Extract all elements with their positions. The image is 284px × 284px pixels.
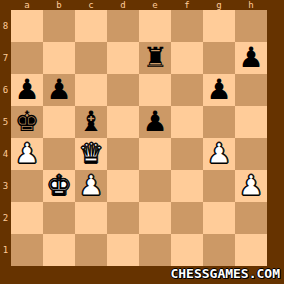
square-d8[interactable] [107,10,139,42]
rank-label-7: 7 [0,42,11,74]
black-bishop[interactable]: ♝ [75,106,107,138]
black-pawn[interactable]: ♟ [11,74,43,106]
square-h4[interactable] [235,138,267,170]
square-b4[interactable] [43,138,75,170]
square-f8[interactable] [171,10,203,42]
rank-label-8: 8 [0,10,11,42]
square-e5[interactable]: ♟ [139,106,171,138]
square-a3[interactable] [11,170,43,202]
square-g8[interactable] [203,10,235,42]
rank-label-6: 6 [0,74,11,106]
square-c1[interactable] [75,234,107,266]
square-e7[interactable]: ♜ [139,42,171,74]
square-h5[interactable] [235,106,267,138]
square-b1[interactable] [43,234,75,266]
black-rook[interactable]: ♜ [139,42,171,74]
white-king[interactable]: ♚ [43,170,75,202]
file-label-h: h [235,0,267,10]
square-f7[interactable] [171,42,203,74]
square-b6[interactable]: ♟ [43,74,75,106]
rank-labels: 87654321 [0,10,11,266]
square-b8[interactable] [43,10,75,42]
square-a6[interactable]: ♟ [11,74,43,106]
square-c2[interactable] [75,202,107,234]
square-g5[interactable] [203,106,235,138]
square-g3[interactable] [203,170,235,202]
rank-label-4: 4 [0,138,11,170]
square-g6[interactable]: ♟ [203,74,235,106]
board: ♜♟♟♟♟♚♝♟♟♛♟♚♟♟ [11,10,267,266]
black-king[interactable]: ♚ [11,106,43,138]
white-pawn[interactable]: ♟ [203,138,235,170]
square-e1[interactable] [139,234,171,266]
square-e6[interactable] [139,74,171,106]
file-labels: abcdefgh [11,0,267,10]
white-pawn[interactable]: ♟ [11,138,43,170]
square-g2[interactable] [203,202,235,234]
square-g7[interactable] [203,42,235,74]
file-label-c: c [75,0,107,10]
white-queen[interactable]: ♛ [75,138,107,170]
square-d2[interactable] [107,202,139,234]
rank-label-5: 5 [0,106,11,138]
square-c6[interactable] [75,74,107,106]
square-a5[interactable]: ♚ [11,106,43,138]
square-a7[interactable] [11,42,43,74]
square-c7[interactable] [75,42,107,74]
black-pawn[interactable]: ♟ [235,42,267,74]
rank-label-3: 3 [0,170,11,202]
square-d5[interactable] [107,106,139,138]
file-label-e: e [139,0,171,10]
square-a8[interactable] [11,10,43,42]
square-f5[interactable] [171,106,203,138]
square-f3[interactable] [171,170,203,202]
square-a1[interactable] [11,234,43,266]
square-e4[interactable] [139,138,171,170]
square-c4[interactable]: ♛ [75,138,107,170]
square-f6[interactable] [171,74,203,106]
file-label-b: b [43,0,75,10]
file-label-g: g [203,0,235,10]
square-e2[interactable] [139,202,171,234]
square-c3[interactable]: ♟ [75,170,107,202]
square-b5[interactable] [43,106,75,138]
square-d3[interactable] [107,170,139,202]
square-h7[interactable]: ♟ [235,42,267,74]
square-h2[interactable] [235,202,267,234]
white-pawn[interactable]: ♟ [235,170,267,202]
black-pawn[interactable]: ♟ [43,74,75,106]
square-g4[interactable]: ♟ [203,138,235,170]
square-d6[interactable] [107,74,139,106]
square-h8[interactable] [235,10,267,42]
square-d1[interactable] [107,234,139,266]
square-f2[interactable] [171,202,203,234]
square-d4[interactable] [107,138,139,170]
square-c5[interactable]: ♝ [75,106,107,138]
chessgames-logo: CHESSGAMES.COM [170,266,280,281]
square-e8[interactable] [139,10,171,42]
square-f4[interactable] [171,138,203,170]
file-label-d: d [107,0,139,10]
square-h6[interactable] [235,74,267,106]
square-h1[interactable] [235,234,267,266]
rank-label-1: 1 [0,234,11,266]
square-b7[interactable] [43,42,75,74]
square-a4[interactable]: ♟ [11,138,43,170]
square-c8[interactable] [75,10,107,42]
square-f1[interactable] [171,234,203,266]
square-b3[interactable]: ♚ [43,170,75,202]
white-pawn[interactable]: ♟ [75,170,107,202]
square-a2[interactable] [11,202,43,234]
file-label-f: f [171,0,203,10]
rank-label-2: 2 [0,202,11,234]
file-label-a: a [11,0,43,10]
chess-diagram: abcdefgh 87654321 ♜♟♟♟♟♚♝♟♟♛♟♚♟♟ CHESSGA… [0,0,284,284]
black-pawn[interactable]: ♟ [203,74,235,106]
square-b2[interactable] [43,202,75,234]
square-d7[interactable] [107,42,139,74]
square-h3[interactable]: ♟ [235,170,267,202]
black-pawn[interactable]: ♟ [139,106,171,138]
square-e3[interactable] [139,170,171,202]
square-g1[interactable] [203,234,235,266]
